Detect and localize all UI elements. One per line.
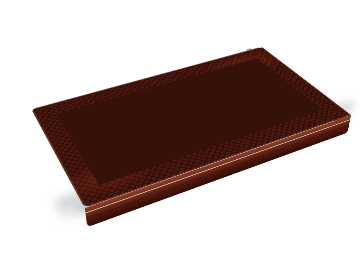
chess-box bbox=[31, 47, 351, 208]
back-hinge bbox=[246, 48, 252, 51]
chess-board-grid bbox=[57, 58, 322, 185]
photo-background bbox=[0, 0, 360, 270]
